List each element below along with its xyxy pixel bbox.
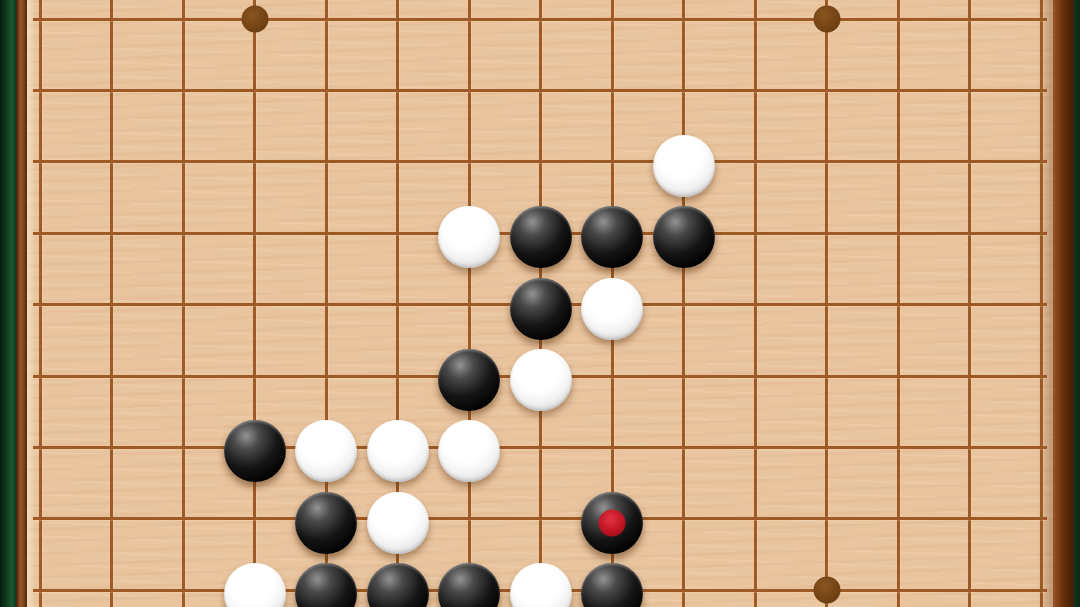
black-stone [438,349,500,411]
black-stone [581,206,643,268]
black-stone [224,420,286,482]
white-stone [510,349,572,411]
frame-green-left [0,0,16,607]
grid-line-horizontal [33,517,1047,520]
white-stone [581,278,643,340]
star-point [241,6,268,33]
white-stone [653,135,715,197]
black-stone [581,492,643,554]
frame-brown-left [16,0,27,607]
white-stone [295,420,357,482]
frame-brown-right [1053,0,1074,607]
black-stone [295,492,357,554]
grid-line-horizontal [33,18,1047,21]
grid-line-horizontal [33,446,1047,449]
black-stone [510,206,572,268]
black-stone [510,278,572,340]
black-stone [653,206,715,268]
white-stone [367,492,429,554]
white-stone [438,206,500,268]
star-point [813,577,840,604]
grid-line-horizontal [33,89,1047,92]
grid-line-horizontal [33,160,1047,163]
white-stone [438,420,500,482]
white-stone [367,420,429,482]
gomoku-game-screen [0,0,1080,607]
last-move-marker [599,509,626,536]
star-point [813,6,840,33]
frame-green-right [1074,0,1080,607]
